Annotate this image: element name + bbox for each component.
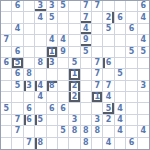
cell-r3-c10[interactable] xyxy=(115,35,126,46)
clue-digit: 7 xyxy=(106,82,112,90)
cell-r1-c0[interactable] xyxy=(1,12,12,23)
clue-digit: 5 xyxy=(83,48,89,56)
clue-digit: 6 xyxy=(15,48,21,56)
cell-r11-c10[interactable]: 4 xyxy=(115,126,126,137)
cell-r0-c8[interactable]: 7 xyxy=(92,1,103,12)
cell-r0-c7[interactable]: 7 xyxy=(81,1,92,12)
cell-r10-c12[interactable] xyxy=(138,115,149,126)
cell-r11-c3[interactable] xyxy=(35,126,46,137)
cell-r5-c7[interactable] xyxy=(81,58,92,69)
cell-r2-c7[interactable]: 4 xyxy=(81,24,92,35)
cell-r7-c3[interactable]: 4 xyxy=(35,81,46,92)
cell-r10-c9[interactable]: 2 xyxy=(103,115,114,126)
clue-digit: 6 xyxy=(15,70,21,78)
clue-digit: 5 xyxy=(117,70,123,78)
clue-digit: 8 xyxy=(49,82,55,90)
cell-r6-c0[interactable] xyxy=(1,69,12,80)
cell-r7-c8[interactable]: 7 xyxy=(92,81,103,92)
cell-r10-c2[interactable]: 6 xyxy=(24,115,35,126)
clue-digit: 7 xyxy=(94,59,100,67)
cell-r12-c6[interactable] xyxy=(69,138,80,149)
cell-r10-c1[interactable]: 7 xyxy=(12,115,23,126)
cell-r9-c7[interactable] xyxy=(81,103,92,114)
cell-r7-c12[interactable]: 3 xyxy=(138,81,149,92)
cell-r9-c2[interactable]: 6 xyxy=(24,103,35,114)
cell-r2-c5[interactable] xyxy=(58,24,69,35)
cell-r0-c4[interactable]: 3 xyxy=(47,1,58,12)
cell-r6-c11[interactable] xyxy=(126,69,137,80)
cell-r11-c2[interactable] xyxy=(24,126,35,137)
cell-r6-c6[interactable]: 1 xyxy=(69,69,80,80)
clue-digit: 6 xyxy=(117,14,123,22)
cell-r9-c8[interactable] xyxy=(92,103,103,114)
cell-r1-c2[interactable] xyxy=(24,12,35,23)
cell-r4-c5[interactable]: 9 xyxy=(58,47,69,58)
clue-digit: 4 xyxy=(83,25,89,33)
cell-r4-c1[interactable]: 6 xyxy=(12,47,23,58)
cell-r1-c8[interactable] xyxy=(92,12,103,23)
cell-r4-c11[interactable]: 5 xyxy=(126,47,137,58)
cell-r4-c7[interactable]: 5 xyxy=(81,47,92,58)
cell-r2-c2[interactable] xyxy=(24,24,35,35)
cell-r0-c11[interactable] xyxy=(126,1,137,12)
cell-r5-c1[interactable]: 5 xyxy=(12,58,23,69)
cell-r11-c8[interactable]: 8 xyxy=(92,126,103,137)
cell-r4-c2[interactable] xyxy=(24,47,35,58)
clue-digit: 5 xyxy=(3,105,9,113)
cell-r8-c6[interactable]: 2 xyxy=(69,92,80,103)
cell-r0-c6[interactable] xyxy=(69,1,80,12)
cell-r12-c1[interactable] xyxy=(12,138,23,149)
clue-digit: 7 xyxy=(94,82,100,90)
cell-r8-c4[interactable] xyxy=(47,92,58,103)
clue-digit: 7 xyxy=(83,2,89,10)
cell-r5-c0[interactable]: 6 xyxy=(1,58,12,69)
cell-r3-c2[interactable] xyxy=(24,35,35,46)
clue-digit: 1 xyxy=(49,48,55,56)
clue-digit: 5 xyxy=(141,48,147,56)
clue-digit: 4 xyxy=(38,14,44,22)
cell-r8-c1[interactable] xyxy=(12,92,23,103)
clue-digit: 6 xyxy=(26,116,32,124)
cell-r10-c11[interactable] xyxy=(126,115,137,126)
clue-digit: 3 xyxy=(49,59,55,67)
cell-r11-c9[interactable] xyxy=(103,126,114,137)
cell-r9-c6[interactable] xyxy=(69,103,80,114)
clue-digit: 8 xyxy=(94,127,100,135)
clue-digit: 1 xyxy=(94,93,100,101)
clue-digit: 6 xyxy=(26,105,32,113)
cell-r10-c6[interactable]: 3 xyxy=(69,115,80,126)
cell-r7-c10[interactable] xyxy=(115,81,126,92)
clue-digit: 2 xyxy=(72,82,78,90)
cell-r4-c10[interactable] xyxy=(115,47,126,58)
cell-r8-c9[interactable]: 4 xyxy=(103,92,114,103)
clue-digit: 7 xyxy=(26,139,32,147)
clue-digit: 6 xyxy=(141,2,147,10)
clue-digit: 3 xyxy=(26,82,32,90)
clue-digit: 8 xyxy=(38,139,44,147)
clue-digit: 9 xyxy=(83,36,89,44)
puzzle-screenshot: 6335776457264445674494619555658357668175… xyxy=(0,0,150,150)
cell-r8-c8[interactable]: 1 xyxy=(92,92,103,103)
cell-r3-c6[interactable] xyxy=(69,35,80,46)
clue-digit: 9 xyxy=(60,48,66,56)
clue-digit: 5 xyxy=(15,59,21,67)
clue-digit: 4 xyxy=(15,25,21,33)
cell-r9-c3[interactable] xyxy=(35,103,46,114)
cell-r10-c7[interactable] xyxy=(81,115,92,126)
cell-r11-c7[interactable]: 8 xyxy=(81,126,92,137)
cell-r10-c5[interactable] xyxy=(58,115,69,126)
cell-r6-c12[interactable] xyxy=(138,69,149,80)
clue-digit: 1 xyxy=(72,70,78,78)
cell-r4-c12[interactable]: 5 xyxy=(138,47,149,58)
clue-digit: 2 xyxy=(72,93,78,101)
clue-digit: 4 xyxy=(117,105,123,113)
cell-r1-c7[interactable]: 7 xyxy=(81,12,92,23)
cell-r7-c4[interactable]: 8 xyxy=(47,81,58,92)
cell-r1-c5[interactable] xyxy=(58,12,69,23)
cell-r0-c9[interactable] xyxy=(103,1,114,12)
cell-r2-c0[interactable] xyxy=(1,24,12,35)
cell-r4-c9[interactable] xyxy=(103,47,114,58)
clue-digit: 3 xyxy=(49,2,55,10)
cell-r12-c7[interactable]: 8 xyxy=(81,138,92,149)
clue-digit: 8 xyxy=(72,127,78,135)
cell-r5-c12[interactable] xyxy=(138,58,149,69)
cell-r1-c10[interactable]: 6 xyxy=(115,12,126,23)
cell-r1-c11[interactable] xyxy=(126,12,137,23)
clue-digit: 4 xyxy=(141,127,147,135)
cell-r9-c4[interactable]: 6 xyxy=(47,103,58,114)
cell-r8-c3[interactable]: 4 xyxy=(35,92,46,103)
clue-digit: 4 xyxy=(141,36,147,44)
cell-r1-c1[interactable] xyxy=(12,12,23,23)
clue-digit: 5 xyxy=(49,14,55,22)
cell-r7-c9[interactable]: 7 xyxy=(103,81,114,92)
cell-r0-c2[interactable] xyxy=(24,1,35,12)
clue-digit: 3 xyxy=(94,116,100,124)
clue-digit: 4 xyxy=(49,36,55,44)
cell-r1-c3[interactable]: 4 xyxy=(35,12,46,23)
clue-digit: 4 xyxy=(106,93,112,101)
cell-r0-c12[interactable]: 6 xyxy=(138,1,149,12)
cell-r8-c10[interactable] xyxy=(115,92,126,103)
cell-r1-c4[interactable]: 5 xyxy=(47,12,58,23)
cell-r7-c6[interactable]: 2 xyxy=(69,81,80,92)
cell-r12-c4[interactable] xyxy=(47,138,58,149)
cell-r4-c0[interactable] xyxy=(1,47,12,58)
cell-r9-c0[interactable]: 5 xyxy=(1,103,12,114)
clue-digit: 4 xyxy=(141,14,147,22)
cell-r5-c2[interactable] xyxy=(24,58,35,69)
cell-r10-c0[interactable] xyxy=(1,115,12,126)
cell-r6-c1[interactable]: 6 xyxy=(12,69,23,80)
cell-r3-c9[interactable] xyxy=(103,35,114,46)
cell-r2-c4[interactable] xyxy=(47,24,58,35)
cell-r10-c10[interactable]: 4 xyxy=(115,115,126,126)
cell-r5-c4[interactable]: 3 xyxy=(47,58,58,69)
clue-digit: 5 xyxy=(38,116,44,124)
cell-r2-c1[interactable]: 4 xyxy=(12,24,23,35)
cell-r3-c3[interactable] xyxy=(35,35,46,46)
clue-digit: 7 xyxy=(94,70,100,78)
cell-r2-c3[interactable] xyxy=(35,24,46,35)
cell-r4-c6[interactable] xyxy=(69,47,80,58)
cell-r4-c4[interactable]: 1 xyxy=(47,47,58,58)
cell-r6-c7[interactable] xyxy=(81,69,92,80)
clue-digit: 4 xyxy=(117,116,123,124)
cell-r11-c0[interactable] xyxy=(1,126,12,137)
clue-digit: 6 xyxy=(106,59,112,67)
cell-r11-c1[interactable]: 7 xyxy=(12,126,23,137)
clue-digit: 5 xyxy=(15,82,21,90)
clue-digit: 4 xyxy=(106,139,112,147)
cell-r12-c3[interactable]: 8 xyxy=(35,138,46,149)
cell-r7-c7[interactable] xyxy=(81,81,92,92)
clue-digit: 4 xyxy=(60,36,66,44)
cell-r12-c11[interactable]: 6 xyxy=(126,138,137,149)
clue-digit: 5 xyxy=(129,48,135,56)
cell-r1-c12[interactable]: 4 xyxy=(138,12,149,23)
clue-digit: 6 xyxy=(129,139,135,147)
cell-r2-c8[interactable] xyxy=(92,24,103,35)
clue-digit: 8 xyxy=(83,127,89,135)
cell-r4-c8[interactable] xyxy=(92,47,103,58)
cell-r2-c6[interactable] xyxy=(69,24,80,35)
cell-r4-c3[interactable] xyxy=(35,47,46,58)
cell-r9-c5[interactable]: 6 xyxy=(58,103,69,114)
clue-digit: 5 xyxy=(60,127,66,135)
cell-r6-c9[interactable] xyxy=(103,69,114,80)
clue-digit: 4 xyxy=(38,93,44,101)
clue-digit: 2 xyxy=(106,116,112,124)
clue-digit: 3 xyxy=(38,2,44,10)
cell-r5-c10[interactable] xyxy=(115,58,126,69)
cell-r3-c0[interactable]: 7 xyxy=(1,35,12,46)
cell-r7-c2[interactable]: 3 xyxy=(24,81,35,92)
cell-r11-c5[interactable]: 5 xyxy=(58,126,69,137)
clue-digit: 8 xyxy=(38,59,44,67)
cell-r12-c2[interactable]: 7 xyxy=(24,138,35,149)
clue-digit: 5 xyxy=(106,25,112,33)
clue-digit: 3 xyxy=(141,82,147,90)
cell-r5-c11[interactable] xyxy=(126,58,137,69)
cell-r8-c12[interactable] xyxy=(138,92,149,103)
cell-r5-c3[interactable]: 8 xyxy=(35,58,46,69)
clue-digit: 6 xyxy=(15,2,21,10)
clue-digit: 5 xyxy=(106,105,112,113)
cell-r0-c10[interactable] xyxy=(115,1,126,12)
cell-r5-c6[interactable]: 5 xyxy=(69,58,80,69)
cell-r5-c9[interactable]: 6 xyxy=(103,58,114,69)
cell-r6-c10[interactable]: 5 xyxy=(115,69,126,80)
cell-r6-c8[interactable]: 7 xyxy=(92,69,103,80)
cell-r9-c12[interactable] xyxy=(138,103,149,114)
cell-r8-c0[interactable] xyxy=(1,92,12,103)
cell-r3-c1[interactable] xyxy=(12,35,23,46)
cell-r6-c2[interactable]: 8 xyxy=(24,69,35,80)
fillomino-board: 6335776457264445674494619555658357668175… xyxy=(0,0,150,150)
clue-digit: 6 xyxy=(60,105,66,113)
cell-r6-c4[interactable] xyxy=(47,69,58,80)
cell-r12-c0[interactable] xyxy=(1,138,12,149)
clue-digit: 8 xyxy=(26,70,32,78)
cell-r5-c8[interactable]: 7 xyxy=(92,58,103,69)
cell-r7-c0[interactable] xyxy=(1,81,12,92)
clue-digit: 4 xyxy=(38,82,44,90)
cell-r9-c9[interactable]: 5 xyxy=(103,103,114,114)
cell-r1-c6[interactable] xyxy=(69,12,80,23)
clue-digit: 6 xyxy=(129,25,135,33)
cell-r9-c10[interactable]: 4 xyxy=(115,103,126,114)
cell-r6-c5[interactable] xyxy=(58,69,69,80)
cell-r0-c0[interactable] xyxy=(1,1,12,12)
cell-r3-c11[interactable] xyxy=(126,35,137,46)
clue-digit: 6 xyxy=(49,105,55,113)
cell-r12-c9[interactable]: 4 xyxy=(103,138,114,149)
clue-digit: 3 xyxy=(72,116,78,124)
cell-r2-c9[interactable]: 5 xyxy=(103,24,114,35)
cell-r9-c11[interactable] xyxy=(126,103,137,114)
cell-r12-c5[interactable] xyxy=(58,138,69,149)
cell-r8-c5[interactable] xyxy=(58,92,69,103)
cell-r10-c3[interactable]: 5 xyxy=(35,115,46,126)
cell-r3-c5[interactable]: 4 xyxy=(58,35,69,46)
clue-digit: 6 xyxy=(3,59,9,67)
cell-r9-c1[interactable] xyxy=(12,103,23,114)
cell-r8-c2[interactable] xyxy=(24,92,35,103)
cell-r3-c12[interactable]: 4 xyxy=(138,35,149,46)
cell-r3-c8[interactable] xyxy=(92,35,103,46)
clue-digit: 7 xyxy=(15,127,21,135)
cell-r12-c12[interactable] xyxy=(138,138,149,149)
cell-r5-c5[interactable] xyxy=(58,58,69,69)
cell-r2-c11[interactable]: 6 xyxy=(126,24,137,35)
clue-digit: 7 xyxy=(94,2,100,10)
cell-r8-c7[interactable] xyxy=(81,92,92,103)
cell-r11-c6[interactable]: 8 xyxy=(69,126,80,137)
cell-r10-c8[interactable]: 3 xyxy=(92,115,103,126)
cell-r1-c9[interactable]: 2 xyxy=(103,12,114,23)
clue-digit: 2 xyxy=(106,14,112,22)
clue-digit: 5 xyxy=(60,2,66,10)
cell-r0-c3[interactable]: 3 xyxy=(35,1,46,12)
cell-r12-c8[interactable] xyxy=(92,138,103,149)
clue-digit: 7 xyxy=(3,36,9,44)
cell-r12-c10[interactable] xyxy=(115,138,126,149)
cell-r8-c11[interactable] xyxy=(126,92,137,103)
cell-r7-c5[interactable] xyxy=(58,81,69,92)
clue-digit: 5 xyxy=(72,59,78,67)
cell-r0-c1[interactable]: 6 xyxy=(12,1,23,12)
clue-digit: 7 xyxy=(15,116,21,124)
cell-r10-c4[interactable] xyxy=(47,115,58,126)
clue-digit: 8 xyxy=(83,139,89,147)
cell-r7-c11[interactable] xyxy=(126,81,137,92)
cell-r6-c3[interactable] xyxy=(35,69,46,80)
cell-r11-c4[interactable] xyxy=(47,126,58,137)
cell-r3-c4[interactable]: 4 xyxy=(47,35,58,46)
cell-r2-c10[interactable] xyxy=(115,24,126,35)
cell-r2-c12[interactable] xyxy=(138,24,149,35)
cell-r7-c1[interactable]: 5 xyxy=(12,81,23,92)
cell-r3-c7[interactable]: 9 xyxy=(81,35,92,46)
clue-digit: 4 xyxy=(117,127,123,135)
cell-r11-c12[interactable]: 4 xyxy=(138,126,149,137)
cell-r0-c5[interactable]: 5 xyxy=(58,1,69,12)
clue-digit: 7 xyxy=(83,14,89,22)
cell-r11-c11[interactable] xyxy=(126,126,137,137)
